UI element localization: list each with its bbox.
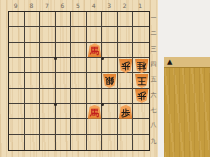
file-labels: 987654321 bbox=[8, 0, 148, 10]
rank-label: 三 bbox=[149, 42, 158, 57]
piece-1六[interactable]: 歩 bbox=[135, 89, 148, 103]
piece-glyph: 馬 bbox=[90, 105, 99, 119]
piece-1四[interactable]: 桂 bbox=[135, 59, 148, 73]
piece-3五[interactable]: 銀 bbox=[103, 74, 116, 88]
piece-1五[interactable]: 王 bbox=[135, 74, 148, 88]
file-label: 8 bbox=[24, 0, 40, 10]
piece-glyph: 馬 bbox=[90, 44, 99, 58]
sente-marker-icon: ▲ bbox=[167, 57, 172, 67]
file-label: 7 bbox=[39, 0, 55, 10]
rank-label: 八 bbox=[149, 118, 158, 133]
file-label: 9 bbox=[8, 0, 24, 10]
piece-glyph: 銀 bbox=[106, 74, 115, 88]
hand-panel-header: ▲ bbox=[164, 57, 210, 68]
piece-glyph: 桂 bbox=[137, 58, 146, 72]
board-frame: 馬歩桂銀王歩馬歩 bbox=[8, 11, 150, 151]
file-label: 2 bbox=[117, 0, 133, 10]
piece-4七[interactable]: 馬 bbox=[88, 105, 101, 119]
piece-glyph: 歩 bbox=[121, 58, 130, 72]
file-label: 1 bbox=[133, 0, 149, 10]
piece-glyph: 歩 bbox=[137, 89, 146, 103]
file-label: 3 bbox=[101, 0, 117, 10]
rank-label: 四 bbox=[149, 57, 158, 72]
sente-hand-panel: ▲ bbox=[164, 57, 210, 157]
rank-label: 一 bbox=[149, 11, 158, 26]
piece-2四[interactable]: 歩 bbox=[119, 59, 132, 73]
rank-label: 五 bbox=[149, 72, 158, 87]
piece-2七[interactable]: 歩 bbox=[119, 105, 132, 119]
file-label: 6 bbox=[55, 0, 71, 10]
rank-label: 七 bbox=[149, 103, 158, 118]
rank-labels: 一二三四五六七八九 bbox=[149, 11, 158, 149]
piece-glyph: 歩 bbox=[121, 105, 130, 119]
rank-label: 九 bbox=[149, 134, 158, 149]
pieces-layer: 馬歩桂銀王歩馬歩 bbox=[9, 12, 149, 150]
file-label: 5 bbox=[70, 0, 86, 10]
rank-label: 二 bbox=[149, 26, 158, 41]
piece-glyph: 王 bbox=[137, 74, 146, 88]
hand-panel-tray bbox=[164, 68, 210, 157]
screenshot-root: 987654321 一二三四五六七八九 馬歩桂銀王歩馬歩 ▲ bbox=[0, 0, 210, 157]
piece-4三[interactable]: 馬 bbox=[88, 43, 101, 57]
file-label: 4 bbox=[86, 0, 102, 10]
rank-label: 六 bbox=[149, 88, 158, 103]
